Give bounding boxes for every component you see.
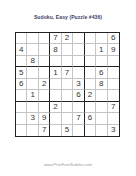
cell-r9c1 [16,125,27,136]
cell-r1c7 [85,33,96,44]
cell-r3c3 [39,56,50,67]
cell-r1c8 [96,33,107,44]
cell-r5c7 [85,79,96,90]
cell-r7c2 [27,102,38,113]
cell-r1c9: 6 [108,33,119,44]
cell-r6c8 [96,90,107,101]
cell-r4c4: 1 [50,67,61,78]
cell-r2c7 [85,44,96,55]
cell-r9c2 [27,125,38,136]
cell-r4c3 [39,67,50,78]
cell-r6c6: 6 [73,90,84,101]
cell-r2c6 [73,44,84,55]
cell-r6c4 [50,90,61,101]
cell-r9c4 [50,125,61,136]
cell-r4c6 [73,67,84,78]
cell-r1c4: 7 [50,33,61,44]
cell-r3c6 [73,56,84,67]
cell-r4c2 [27,67,38,78]
cell-r8c4 [50,113,61,124]
footer-url: www.PrintFreeSudoku.com [0,162,136,167]
cell-r4c8: 6 [96,67,107,78]
cell-r7c5 [62,102,73,113]
cell-r5c8: 8 [96,79,107,90]
cell-r7c8 [96,102,107,113]
cell-r8c2: 3 [27,113,38,124]
cell-r3c2: 8 [27,56,38,67]
cell-r5c9 [108,79,119,90]
cell-r8c3: 9 [39,113,50,124]
page-title: Sudoku, Easy (Puzzle #436) [0,14,136,20]
cell-r6c3 [39,90,50,101]
cell-r7c3 [39,102,50,113]
cell-r9c8 [96,125,107,136]
cell-r5c4 [50,79,61,90]
cell-r8c6: 7 [73,113,84,124]
cell-r1c2 [27,33,38,44]
cell-r9c9: 3 [108,125,119,136]
cell-r8c5 [62,113,73,124]
cell-r2c9: 9 [108,44,119,55]
cell-r8c1 [16,113,27,124]
cell-r5c5 [62,79,73,90]
cell-r2c2 [27,44,38,55]
cell-r4c7 [85,67,96,78]
cell-r3c5 [62,56,73,67]
cell-r2c3 [39,44,50,55]
cell-r6c2: 1 [27,90,38,101]
cell-r5c3: 2 [39,79,50,90]
cell-r2c1: 4 [16,44,27,55]
cell-r6c1 [16,90,27,101]
cell-r7c7 [85,102,96,113]
cell-r7c6 [73,102,84,113]
cell-r3c4 [50,56,61,67]
cell-r7c9: 7 [108,102,119,113]
cell-r9c3: 7 [39,125,50,136]
cell-r7c1 [16,102,27,113]
cell-r1c6 [73,33,84,44]
cell-r6c7: 2 [85,90,96,101]
cell-r7c4: 2 [50,102,61,113]
cell-r2c4: 8 [50,44,61,55]
cell-r9c7 [85,125,96,136]
cell-r1c1 [16,33,27,44]
cell-r1c3 [39,33,50,44]
cell-r3c7 [85,56,96,67]
cell-r2c5 [62,44,73,55]
cell-r3c9 [108,56,119,67]
cell-r3c1 [16,56,27,67]
cell-r4c1: 5 [16,67,27,78]
cell-r5c6: 3 [73,79,84,90]
sudoku-board: 7264819851766238162273976753 [15,32,120,137]
cell-r2c8: 1 [96,44,107,55]
cell-r4c9 [108,67,119,78]
cell-r8c7: 6 [85,113,96,124]
cell-r3c8 [96,56,107,67]
cell-r6c5 [62,90,73,101]
cell-r1c5: 2 [62,33,73,44]
cell-r8c9 [108,113,119,124]
cell-r8c8 [96,113,107,124]
cell-r9c5: 5 [62,125,73,136]
cell-r9c6 [73,125,84,136]
cell-r5c2 [27,79,38,90]
cell-r5c1: 6 [16,79,27,90]
cell-r6c9 [108,90,119,101]
cell-r4c5: 7 [62,67,73,78]
